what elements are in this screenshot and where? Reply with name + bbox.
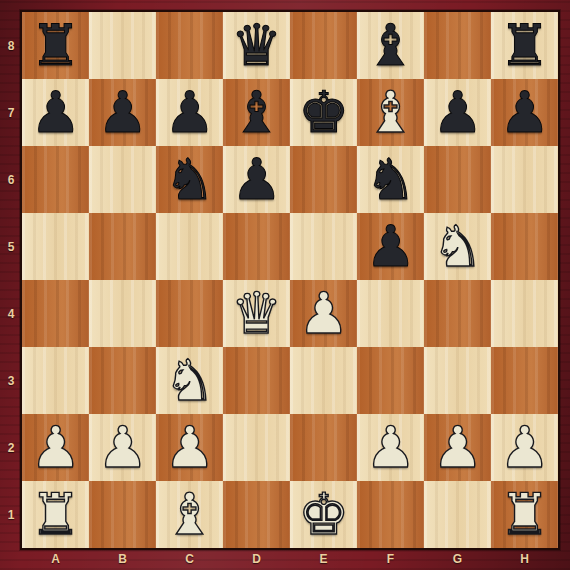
piece-white-rook[interactable]: ♜ <box>30 481 81 548</box>
square-d4[interactable]: ♛ <box>223 280 290 347</box>
piece-black-pawn[interactable]: ♟ <box>164 79 215 146</box>
rank-label-2: 2 <box>0 414 22 481</box>
square-h1[interactable]: ♜ <box>491 481 558 548</box>
piece-black-king[interactable]: ♚ <box>298 79 349 146</box>
square-e6[interactable] <box>290 146 357 213</box>
piece-white-pawn[interactable]: ♟ <box>164 414 215 481</box>
square-a7[interactable]: ♟ <box>22 79 89 146</box>
piece-black-pawn[interactable]: ♟ <box>30 79 81 146</box>
square-e8[interactable] <box>290 12 357 79</box>
square-b2[interactable]: ♟ <box>89 414 156 481</box>
piece-white-pawn[interactable]: ♟ <box>298 280 349 347</box>
square-g8[interactable] <box>424 12 491 79</box>
square-g2[interactable]: ♟ <box>424 414 491 481</box>
square-g5[interactable]: ♞ <box>424 213 491 280</box>
square-a4[interactable] <box>22 280 89 347</box>
piece-black-pawn[interactable]: ♟ <box>97 79 148 146</box>
piece-white-king[interactable]: ♚ <box>298 481 349 548</box>
square-g6[interactable] <box>424 146 491 213</box>
file-label-g: G <box>424 548 491 570</box>
square-d7[interactable]: ♝ <box>223 79 290 146</box>
chess-board-frame: 87654321 ♜♛♝♜♟♟♟♝♚♝♟♟♞♟♞♟♞♛♟♞♟♟♟♟♟♟♜♝♚♜ … <box>0 0 570 570</box>
chess-board: ♜♛♝♜♟♟♟♝♚♝♟♟♞♟♞♟♞♛♟♞♟♟♟♟♟♟♜♝♚♜ <box>22 12 558 548</box>
square-f7[interactable]: ♝ <box>357 79 424 146</box>
square-d5[interactable] <box>223 213 290 280</box>
piece-black-pawn[interactable]: ♟ <box>432 79 483 146</box>
square-b8[interactable] <box>89 12 156 79</box>
piece-white-rook[interactable]: ♜ <box>499 481 550 548</box>
square-f4[interactable] <box>357 280 424 347</box>
rank-labels: 87654321 <box>0 12 22 548</box>
square-b7[interactable]: ♟ <box>89 79 156 146</box>
piece-white-pawn[interactable]: ♟ <box>97 414 148 481</box>
piece-black-knight[interactable]: ♞ <box>365 146 416 213</box>
square-c4[interactable] <box>156 280 223 347</box>
square-a8[interactable]: ♜ <box>22 12 89 79</box>
file-label-e: E <box>290 548 357 570</box>
piece-black-queen[interactable]: ♛ <box>231 12 282 79</box>
square-b6[interactable] <box>89 146 156 213</box>
piece-black-knight[interactable]: ♞ <box>164 146 215 213</box>
piece-white-knight[interactable]: ♞ <box>164 347 215 414</box>
square-e4[interactable]: ♟ <box>290 280 357 347</box>
square-f1[interactable] <box>357 481 424 548</box>
square-f3[interactable] <box>357 347 424 414</box>
rank-label-5: 5 <box>0 213 22 280</box>
piece-white-knight[interactable]: ♞ <box>432 213 483 280</box>
square-h6[interactable] <box>491 146 558 213</box>
piece-black-pawn[interactable]: ♟ <box>365 213 416 280</box>
square-g4[interactable] <box>424 280 491 347</box>
square-e5[interactable] <box>290 213 357 280</box>
square-h4[interactable] <box>491 280 558 347</box>
square-f2[interactable]: ♟ <box>357 414 424 481</box>
square-h3[interactable] <box>491 347 558 414</box>
piece-white-pawn[interactable]: ♟ <box>499 414 550 481</box>
square-b1[interactable] <box>89 481 156 548</box>
rank-label-4: 4 <box>0 280 22 347</box>
square-g3[interactable] <box>424 347 491 414</box>
square-e7[interactable]: ♚ <box>290 79 357 146</box>
square-c8[interactable] <box>156 12 223 79</box>
square-h7[interactable]: ♟ <box>491 79 558 146</box>
square-d1[interactable] <box>223 481 290 548</box>
square-a1[interactable]: ♜ <box>22 481 89 548</box>
square-e1[interactable]: ♚ <box>290 481 357 548</box>
file-label-a: A <box>22 548 89 570</box>
square-a5[interactable] <box>22 213 89 280</box>
square-g7[interactable]: ♟ <box>424 79 491 146</box>
square-d8[interactable]: ♛ <box>223 12 290 79</box>
file-label-c: C <box>156 548 223 570</box>
file-labels: ABCDEFGH <box>22 548 558 570</box>
rank-label-7: 7 <box>0 79 22 146</box>
square-c3[interactable]: ♞ <box>156 347 223 414</box>
square-c6[interactable]: ♞ <box>156 146 223 213</box>
square-b5[interactable] <box>89 213 156 280</box>
square-f8[interactable]: ♝ <box>357 12 424 79</box>
square-f6[interactable]: ♞ <box>357 146 424 213</box>
square-d3[interactable] <box>223 347 290 414</box>
square-c7[interactable]: ♟ <box>156 79 223 146</box>
square-d6[interactable]: ♟ <box>223 146 290 213</box>
square-h2[interactable]: ♟ <box>491 414 558 481</box>
piece-white-pawn[interactable]: ♟ <box>432 414 483 481</box>
piece-white-queen[interactable]: ♛ <box>231 280 282 347</box>
square-a3[interactable] <box>22 347 89 414</box>
square-h8[interactable]: ♜ <box>491 12 558 79</box>
square-d2[interactable] <box>223 414 290 481</box>
piece-black-bishop[interactable]: ♝ <box>365 12 416 79</box>
square-b4[interactable] <box>89 280 156 347</box>
piece-black-pawn[interactable]: ♟ <box>231 146 282 213</box>
file-label-f: F <box>357 548 424 570</box>
square-e3[interactable] <box>290 347 357 414</box>
piece-white-pawn[interactable]: ♟ <box>30 414 81 481</box>
rank-label-8: 8 <box>0 12 22 79</box>
square-c2[interactable]: ♟ <box>156 414 223 481</box>
file-label-d: D <box>223 548 290 570</box>
square-g1[interactable] <box>424 481 491 548</box>
square-b3[interactable] <box>89 347 156 414</box>
piece-white-bishop[interactable]: ♝ <box>164 481 215 548</box>
square-e2[interactable] <box>290 414 357 481</box>
piece-white-pawn[interactable]: ♟ <box>365 414 416 481</box>
square-c5[interactable] <box>156 213 223 280</box>
piece-black-rook[interactable]: ♜ <box>30 12 81 79</box>
rank-label-1: 1 <box>0 481 22 548</box>
square-f5[interactable]: ♟ <box>357 213 424 280</box>
square-a2[interactable]: ♟ <box>22 414 89 481</box>
piece-black-pawn[interactable]: ♟ <box>499 79 550 146</box>
file-label-h: H <box>491 548 558 570</box>
piece-black-bishop[interactable]: ♝ <box>231 79 282 146</box>
square-h5[interactable] <box>491 213 558 280</box>
rank-label-3: 3 <box>0 347 22 414</box>
rank-label-6: 6 <box>0 146 22 213</box>
square-a6[interactable] <box>22 146 89 213</box>
square-c1[interactable]: ♝ <box>156 481 223 548</box>
piece-black-rook[interactable]: ♜ <box>499 12 550 79</box>
file-label-b: B <box>89 548 156 570</box>
piece-white-bishop[interactable]: ♝ <box>365 79 416 146</box>
